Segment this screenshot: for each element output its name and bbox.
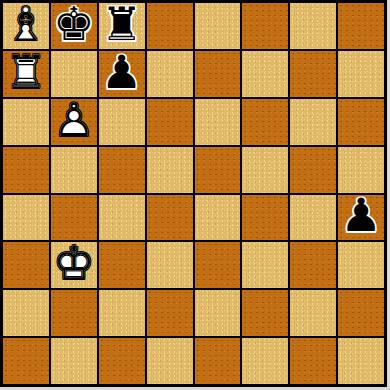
square-h6[interactable] [338,99,384,145]
square-c6[interactable] [99,99,145,145]
square-c7[interactable]: ♟ [99,51,145,97]
square-b2[interactable] [51,290,97,336]
white-king-outline: ♔ [53,242,94,286]
square-h1[interactable] [338,338,384,384]
square-b4[interactable] [51,195,97,241]
square-c1[interactable] [99,338,145,384]
square-d6[interactable] [147,99,193,145]
square-f5[interactable] [242,147,288,193]
square-e2[interactable] [195,290,241,336]
square-b3[interactable]: ♚♔ [51,242,97,288]
square-d5[interactable] [147,147,193,193]
square-a8[interactable]: ♝♗ [3,3,49,49]
square-e7[interactable] [195,51,241,97]
square-e5[interactable] [195,147,241,193]
square-h2[interactable] [338,290,384,336]
square-g3[interactable] [290,242,336,288]
square-c2[interactable] [99,290,145,336]
square-b7[interactable] [51,51,97,97]
white-rook-outline: ♖ [5,51,46,95]
square-f7[interactable] [242,51,288,97]
square-g2[interactable] [290,290,336,336]
black-pawn[interactable]: ♟ [99,51,145,97]
square-g7[interactable] [290,51,336,97]
white-pawn[interactable]: ♟♙ [51,99,97,145]
white-king[interactable]: ♚♔ [51,242,97,288]
square-f1[interactable] [242,338,288,384]
black-rook[interactable]: ♜ [99,3,145,49]
square-f4[interactable] [242,195,288,241]
square-a5[interactable] [3,147,49,193]
square-b6[interactable]: ♟♙ [51,99,97,145]
square-d8[interactable] [147,3,193,49]
square-h8[interactable] [338,3,384,49]
square-f6[interactable] [242,99,288,145]
square-g8[interactable] [290,3,336,49]
square-h5[interactable] [338,147,384,193]
square-b5[interactable] [51,147,97,193]
square-a2[interactable] [3,290,49,336]
black-rook-glyph: ♜ [101,3,142,47]
square-d7[interactable] [147,51,193,97]
square-e3[interactable] [195,242,241,288]
square-g6[interactable] [290,99,336,145]
square-e1[interactable] [195,338,241,384]
square-e8[interactable] [195,3,241,49]
square-h4[interactable]: ♟ [338,195,384,241]
square-f3[interactable] [242,242,288,288]
square-a1[interactable] [3,338,49,384]
square-a4[interactable] [3,195,49,241]
square-d4[interactable] [147,195,193,241]
black-king[interactable]: ♚ [51,3,97,49]
white-rook[interactable]: ♜♖ [3,51,49,97]
square-d1[interactable] [147,338,193,384]
white-bishop-outline: ♗ [5,3,46,47]
white-pawn-outline: ♙ [53,99,94,143]
black-pawn-glyph: ♟ [340,195,381,239]
square-g1[interactable] [290,338,336,384]
chess-window: ♝♗♚♜♜♖♟♟♙♟♚♔ [0,0,390,390]
square-c5[interactable] [99,147,145,193]
square-d2[interactable] [147,290,193,336]
square-g5[interactable] [290,147,336,193]
black-king-glyph: ♚ [53,3,94,47]
square-e6[interactable] [195,99,241,145]
square-c8[interactable]: ♜ [99,3,145,49]
square-f2[interactable] [242,290,288,336]
square-b8[interactable]: ♚ [51,3,97,49]
black-pawn[interactable]: ♟ [338,195,384,241]
square-h7[interactable] [338,51,384,97]
square-a7[interactable]: ♜♖ [3,51,49,97]
chess-board: ♝♗♚♜♜♖♟♟♙♟♚♔ [0,0,387,387]
square-c3[interactable] [99,242,145,288]
square-c4[interactable] [99,195,145,241]
black-pawn-glyph: ♟ [101,51,142,95]
square-a3[interactable] [3,242,49,288]
square-g4[interactable] [290,195,336,241]
square-f8[interactable] [242,3,288,49]
square-e4[interactable] [195,195,241,241]
square-d3[interactable] [147,242,193,288]
square-h3[interactable] [338,242,384,288]
square-a6[interactable] [3,99,49,145]
square-b1[interactable] [51,338,97,384]
white-bishop[interactable]: ♝♗ [3,3,49,49]
